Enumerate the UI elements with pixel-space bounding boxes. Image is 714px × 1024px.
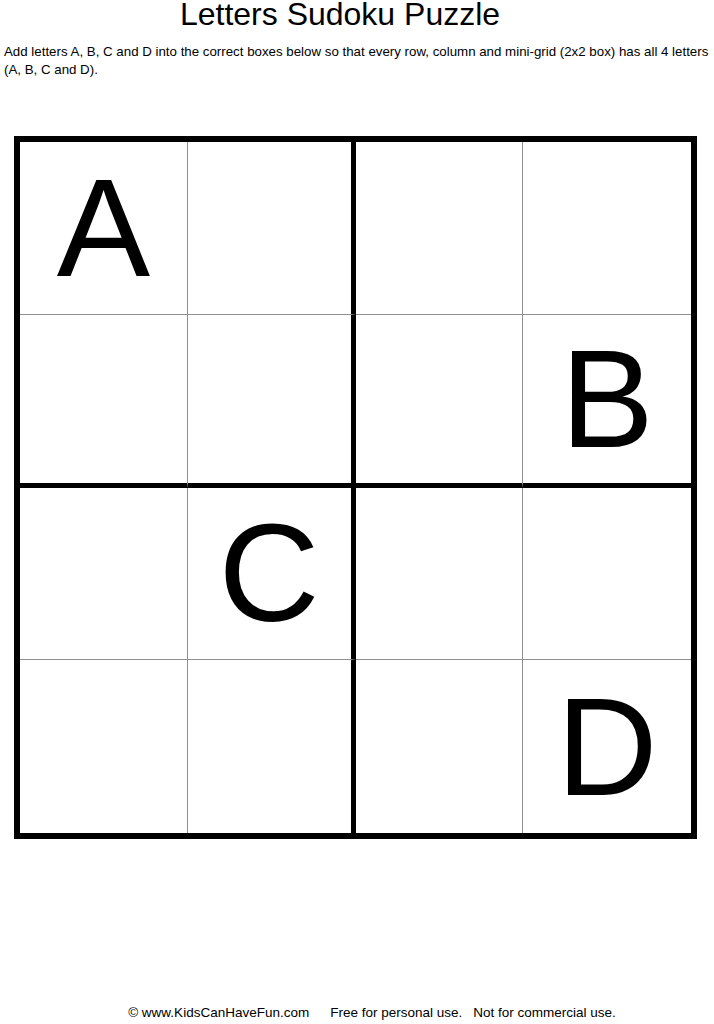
cell-r4c2[interactable] xyxy=(188,660,356,833)
cell-r1c3[interactable] xyxy=(356,142,524,315)
copyright-text: © www.KidsCanHaveFun.com xyxy=(128,1005,309,1020)
cell-r3c1[interactable] xyxy=(20,488,188,661)
sudoku-board: A B C D xyxy=(14,136,697,839)
cell-r2c4: B xyxy=(523,315,691,488)
cell-r4c4: D xyxy=(523,660,691,833)
cell-r3c4[interactable] xyxy=(523,488,691,661)
cell-r3c2: C xyxy=(188,488,356,661)
personal-use-text: Free for personal use. xyxy=(330,1005,462,1020)
cell-r2c3[interactable] xyxy=(356,315,524,488)
cell-r2c2[interactable] xyxy=(188,315,356,488)
cell-r1c2[interactable] xyxy=(188,142,356,315)
page-title: Letters Sudoku Puzzle xyxy=(0,0,680,33)
puzzle-instructions: Add letters A, B, C and D into the corre… xyxy=(4,43,714,78)
cell-r2c1[interactable] xyxy=(20,315,188,488)
cell-r1c1: A xyxy=(20,142,188,315)
cell-r4c1[interactable] xyxy=(20,660,188,833)
commercial-use-text: Not for commercial use. xyxy=(473,1005,616,1020)
page-footer: © www.KidsCanHaveFun.com Free for person… xyxy=(0,1005,714,1020)
cell-r4c3[interactable] xyxy=(356,660,524,833)
cell-r1c4[interactable] xyxy=(523,142,691,315)
cell-r3c3[interactable] xyxy=(356,488,524,661)
